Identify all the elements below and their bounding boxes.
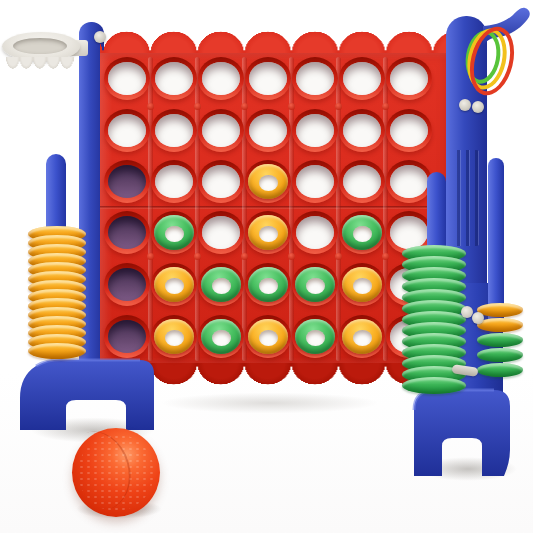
cell-r6c4 <box>245 315 291 358</box>
empty-hole <box>296 114 334 147</box>
hole-recess <box>104 263 150 306</box>
empty-hole <box>108 62 146 95</box>
hole-recess <box>104 211 150 254</box>
hole-recess <box>292 109 338 152</box>
green-disc <box>201 319 241 354</box>
hole-recess <box>104 109 150 152</box>
green-disc <box>248 267 288 302</box>
right-outer-ring-stack <box>477 303 523 378</box>
hole-recess <box>104 160 150 203</box>
cell-r5c2 <box>151 263 197 306</box>
yellow-disc <box>342 319 382 354</box>
hole-recess <box>339 211 385 254</box>
hole-recess <box>151 160 197 203</box>
hole-recess <box>339 160 385 203</box>
green-ring <box>477 333 523 347</box>
hole-recess <box>339 57 385 100</box>
ridge-knob <box>288 253 295 260</box>
cell-r2c5 <box>292 109 338 152</box>
empty-hole <box>108 165 146 198</box>
yellow-disc <box>248 215 288 250</box>
hole-recess <box>386 160 432 203</box>
empty-hole <box>155 62 193 95</box>
cell-r3c3 <box>198 160 244 203</box>
ridge-knob <box>335 253 342 260</box>
cell-r1c7 <box>386 57 432 100</box>
cell-r4c1 <box>104 211 150 254</box>
yellow-disc <box>248 319 288 354</box>
cell-r4c2 <box>151 211 197 254</box>
hole-recess <box>151 211 197 254</box>
cell-r2c3 <box>198 109 244 152</box>
green-ring <box>402 377 466 394</box>
hoop-skirt <box>6 57 74 70</box>
yellow-disc <box>248 164 288 199</box>
ridge-knob <box>147 253 154 260</box>
cell-r3c7 <box>386 160 432 203</box>
cell-r2c6 <box>339 109 385 152</box>
cell-r6c6 <box>339 315 385 358</box>
cell-r5c1 <box>104 263 150 306</box>
cell-r3c4 <box>245 160 291 203</box>
cell-r4c5 <box>292 211 338 254</box>
hole-recess <box>245 57 291 100</box>
ridge-knob <box>382 253 389 260</box>
empty-hole <box>202 216 240 249</box>
yellow-disc <box>154 267 194 302</box>
left-ring-stack <box>28 226 86 352</box>
green-disc <box>201 267 241 302</box>
right-leg-base <box>408 380 518 480</box>
hole-recess <box>386 109 432 152</box>
cell-r3c6 <box>339 160 385 203</box>
hole-recess <box>151 109 197 152</box>
screw <box>459 99 471 111</box>
cell-r4c4 <box>245 211 291 254</box>
yellow-ring <box>477 318 523 332</box>
empty-hole <box>390 62 428 95</box>
cell-r6c3 <box>198 315 244 358</box>
cell-r2c1 <box>104 109 150 152</box>
cell-r2c4 <box>245 109 291 152</box>
empty-hole <box>390 165 428 198</box>
cell-r1c4 <box>245 57 291 100</box>
cell-r3c2 <box>151 160 197 203</box>
green-disc <box>154 215 194 250</box>
cell-r5c4 <box>245 263 291 306</box>
screw <box>94 31 106 43</box>
empty-hole <box>296 62 334 95</box>
hole-recess <box>292 315 338 358</box>
ridge-knob <box>241 253 248 260</box>
hole-recess <box>339 315 385 358</box>
hole-recess <box>104 57 150 100</box>
hole-recess <box>245 263 291 306</box>
hole-recess <box>198 109 244 152</box>
empty-hole <box>296 165 334 198</box>
hole-recess <box>292 263 338 306</box>
green-disc <box>342 215 382 250</box>
empty-hole <box>155 165 193 198</box>
hole-recess <box>339 109 385 152</box>
cell-r5c3 <box>198 263 244 306</box>
hole-recess <box>151 263 197 306</box>
empty-hole <box>249 114 287 147</box>
hole-recess <box>198 263 244 306</box>
cell-r1c2 <box>151 57 197 100</box>
cell-r2c2 <box>151 109 197 152</box>
empty-hole <box>108 268 146 301</box>
hole-recess <box>386 57 432 100</box>
yellow-ring <box>477 303 523 317</box>
empty-hole <box>202 62 240 95</box>
cell-r5c6 <box>339 263 385 306</box>
hole-recess <box>151 57 197 100</box>
post-grooves <box>453 150 480 246</box>
empty-hole <box>249 62 287 95</box>
hole-recess <box>292 57 338 100</box>
hole-recess <box>245 109 291 152</box>
empty-hole <box>296 216 334 249</box>
cell-r3c5 <box>292 160 338 203</box>
yellow-disc <box>342 267 382 302</box>
empty-hole <box>108 216 146 249</box>
cell-r3c1 <box>104 160 150 203</box>
hole-recess <box>339 263 385 306</box>
hole-recess <box>245 315 291 358</box>
cell-r1c1 <box>104 57 150 100</box>
empty-hole <box>155 114 193 147</box>
empty-hole <box>202 165 240 198</box>
green-disc <box>295 267 335 302</box>
green-ring <box>477 348 523 362</box>
screw <box>472 101 484 113</box>
yellow-ring <box>28 343 86 359</box>
empty-hole <box>202 114 240 147</box>
hole-recess <box>245 160 291 203</box>
empty-hole <box>343 114 381 147</box>
cell-r4c6 <box>339 211 385 254</box>
hoop-rim-opening <box>13 38 67 54</box>
hole-recess <box>198 160 244 203</box>
empty-hole <box>390 114 428 147</box>
green-disc <box>295 319 335 354</box>
empty-hole <box>343 62 381 95</box>
hole-recess <box>198 211 244 254</box>
cell-r1c5 <box>292 57 338 100</box>
hole-recess <box>245 211 291 254</box>
toy-ball <box>72 428 160 517</box>
hole-recess <box>198 315 244 358</box>
ridge-knob <box>194 253 201 260</box>
cell-r2c7 <box>386 109 432 152</box>
cell-r1c3 <box>198 57 244 100</box>
left-leg-base <box>12 348 162 433</box>
cell-r6c5 <box>292 315 338 358</box>
screw <box>472 312 484 324</box>
cell-r5c5 <box>292 263 338 306</box>
hole-recess <box>198 57 244 100</box>
giant-connect-four-photo <box>0 0 533 533</box>
empty-hole <box>343 165 381 198</box>
hole-recess <box>292 160 338 203</box>
green-ring <box>477 363 523 377</box>
cell-r1c6 <box>339 57 385 100</box>
cell-r4c3 <box>198 211 244 254</box>
empty-hole <box>108 114 146 147</box>
hole-recess <box>292 211 338 254</box>
